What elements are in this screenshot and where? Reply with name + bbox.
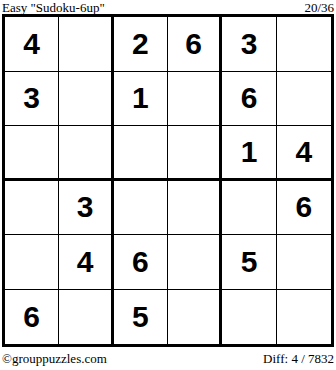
cell-r1c2[interactable] — [59, 17, 113, 72]
cell-r6c6[interactable] — [277, 290, 331, 345]
cell-r2c4[interactable] — [168, 72, 222, 127]
cell-r1c1[interactable]: 4 — [5, 17, 59, 72]
cell-r3c6[interactable]: 4 — [277, 126, 331, 181]
copyright-text: ©grouppuzzles.com — [2, 352, 107, 366]
cell-r6c1[interactable]: 6 — [5, 290, 59, 345]
cell-r2c1[interactable]: 3 — [5, 72, 59, 127]
cell-r5c4[interactable] — [168, 235, 222, 290]
cell-r2c6[interactable] — [277, 72, 331, 127]
cell-r1c5[interactable]: 3 — [222, 17, 276, 72]
cell-r4c4[interactable] — [168, 181, 222, 236]
cell-r6c2[interactable] — [59, 290, 113, 345]
sudoku-board: 4263316143646565 — [2, 14, 334, 347]
puzzle-progress: 20/36 — [304, 1, 334, 14]
footer: ©grouppuzzles.com Diff: 4 / 7832 — [2, 352, 334, 366]
cell-r3c5[interactable]: 1 — [222, 126, 276, 181]
cell-r2c5[interactable]: 6 — [222, 72, 276, 127]
cell-r1c6[interactable] — [277, 17, 331, 72]
cell-r2c3[interactable]: 1 — [114, 72, 168, 127]
cell-r4c5[interactable] — [222, 181, 276, 236]
cell-r5c6[interactable] — [277, 235, 331, 290]
cell-r6c4[interactable] — [168, 290, 222, 345]
cell-r5c2[interactable]: 4 — [59, 235, 113, 290]
puzzle-title: Easy "Sudoku-6up" — [2, 1, 105, 14]
cell-r6c3[interactable]: 5 — [114, 290, 168, 345]
cell-r2c2[interactable] — [59, 72, 113, 127]
difficulty-text: Diff: 4 / 7832 — [263, 352, 334, 366]
cell-r3c1[interactable] — [5, 126, 59, 181]
cell-r3c3[interactable] — [114, 126, 168, 181]
cell-r5c5[interactable]: 5 — [222, 235, 276, 290]
cell-r4c3[interactable] — [114, 181, 168, 236]
cell-r4c2[interactable]: 3 — [59, 181, 113, 236]
cell-r3c2[interactable] — [59, 126, 113, 181]
cell-r5c1[interactable] — [5, 235, 59, 290]
header: Easy "Sudoku-6up" 20/36 — [2, 0, 334, 14]
cell-r4c1[interactable] — [5, 181, 59, 236]
sudoku-page: Easy "Sudoku-6up" 20/36 4263316143646565… — [0, 0, 336, 370]
cell-r3c4[interactable] — [168, 126, 222, 181]
cell-r1c3[interactable]: 2 — [114, 17, 168, 72]
cell-r1c4[interactable]: 6 — [168, 17, 222, 72]
cell-r4c6[interactable]: 6 — [277, 181, 331, 236]
cell-r5c3[interactable]: 6 — [114, 235, 168, 290]
cell-r6c5[interactable] — [222, 290, 276, 345]
